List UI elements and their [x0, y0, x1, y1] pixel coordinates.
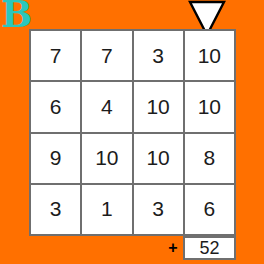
- grid-cell-r3c3[interactable]: 10: [134, 134, 183, 183]
- grid-cell-r3c4[interactable]: 8: [185, 134, 234, 183]
- grid-cell-r3c2[interactable]: 10: [82, 134, 131, 183]
- grid-cell-r4c1[interactable]: 3: [31, 185, 80, 234]
- grid-cell-r2c4[interactable]: 10: [185, 82, 234, 131]
- grid-cell-r1c2[interactable]: 7: [82, 31, 131, 80]
- plus-operator: +: [164, 238, 182, 258]
- grid-cell-r2c1[interactable]: 6: [31, 82, 80, 131]
- grid-cell-r4c2[interactable]: 1: [82, 185, 131, 234]
- grid-cell-r1c1[interactable]: 7: [31, 31, 80, 80]
- grid-cell-r3c1[interactable]: 9: [31, 134, 80, 183]
- grid-cell-r1c4[interactable]: 10: [185, 31, 234, 80]
- grid-cell-r4c3[interactable]: 3: [134, 185, 183, 234]
- grid-cell-r2c3[interactable]: 10: [134, 82, 183, 131]
- number-grid: 7 7 3 10 6 4 10 10 9 10 10 8 3 1 3 6: [29, 29, 236, 236]
- grid-cell-r4c4[interactable]: 6: [185, 185, 234, 234]
- grid-cell-r1c3[interactable]: 3: [134, 31, 183, 80]
- puzzle-screen: B 7 7 3 10 6 4 10 10 9 10 10 8 3 1 3 6 +…: [0, 0, 264, 264]
- sum-total-box: 52: [183, 236, 236, 260]
- grid-cell-r2c2[interactable]: 4: [82, 82, 131, 131]
- logo-letter-b: B: [1, 0, 32, 34]
